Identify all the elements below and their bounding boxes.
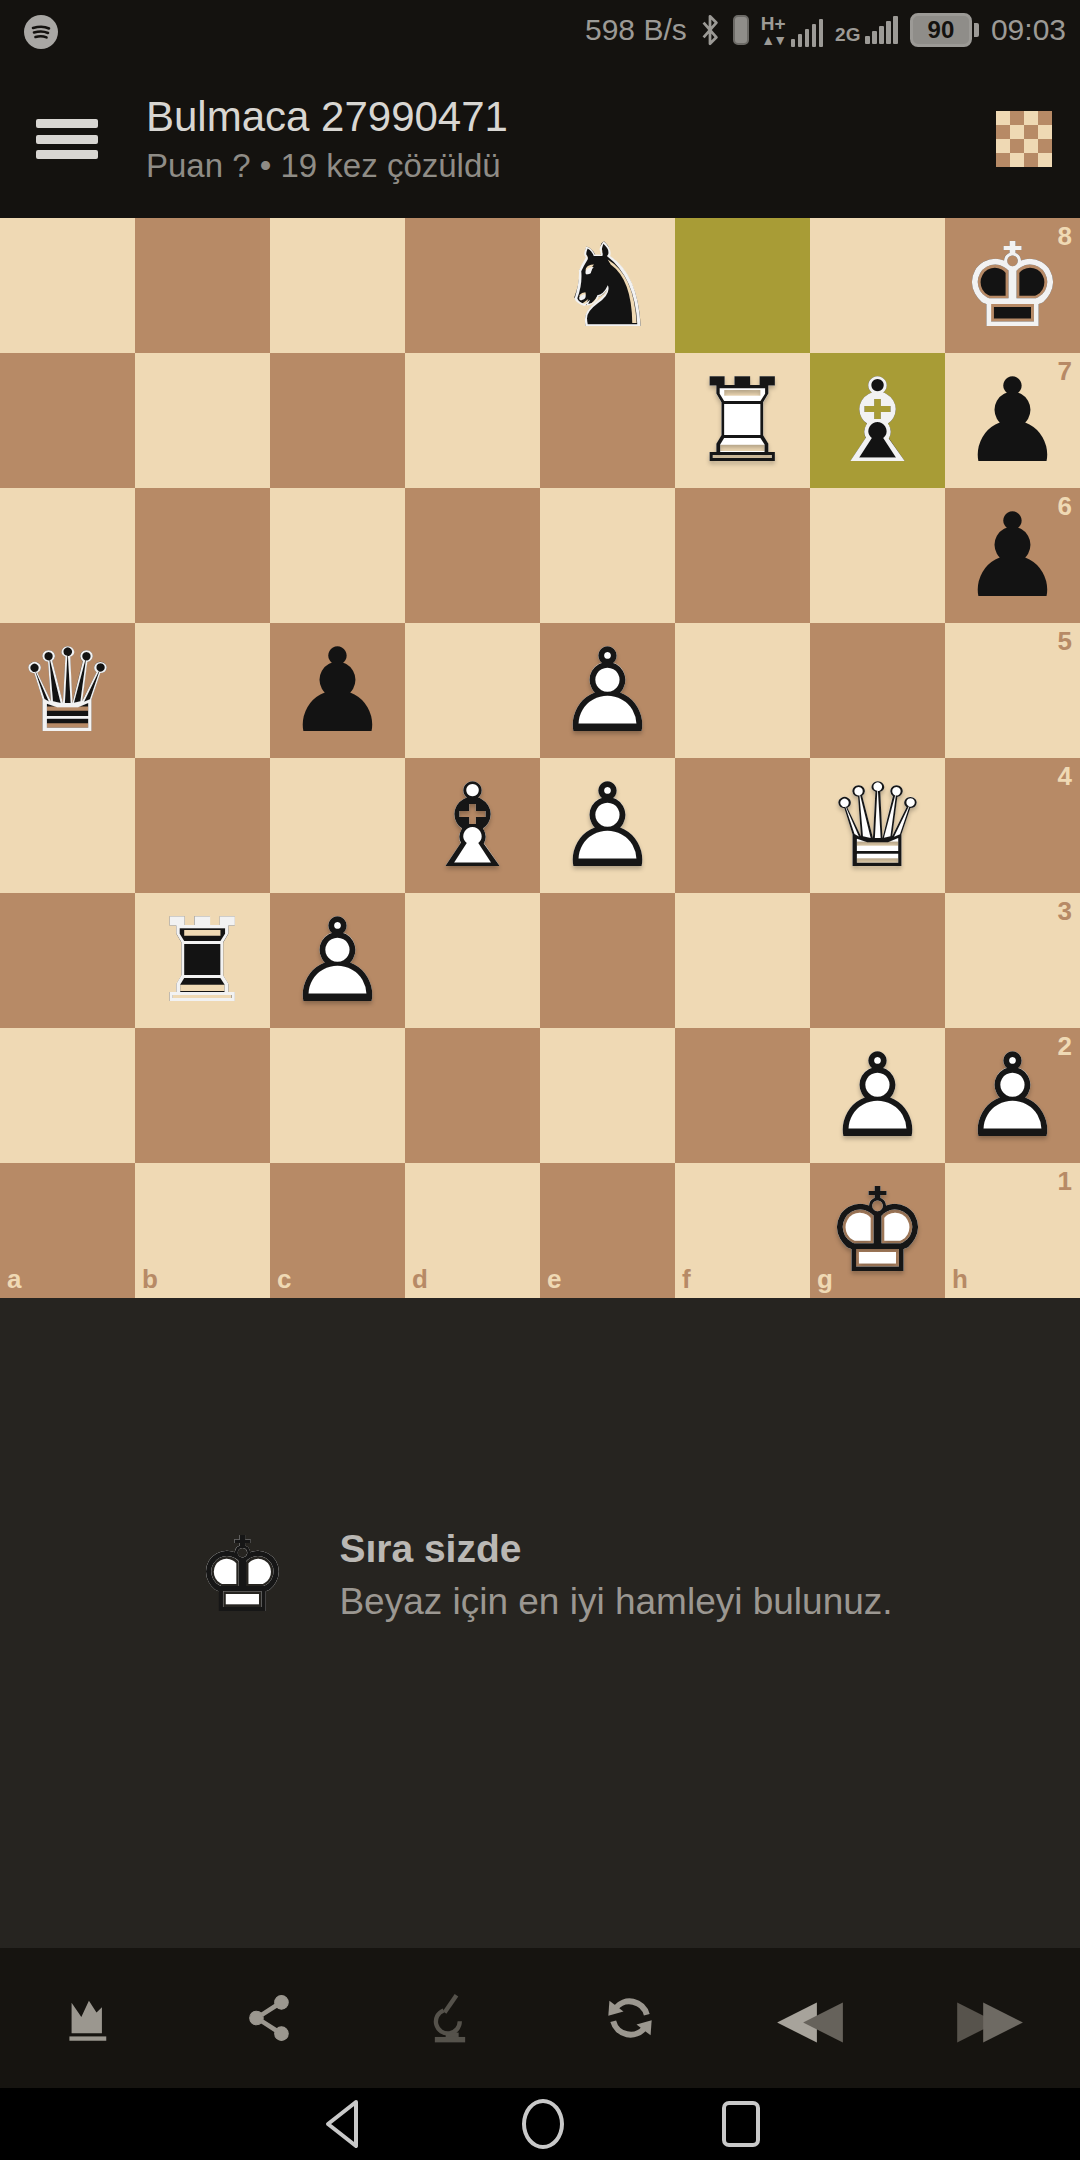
piece-black-pawn[interactable]: ♟ bbox=[945, 488, 1080, 623]
square-a7[interactable] bbox=[0, 353, 135, 488]
square-g2[interactable]: ♟♙ bbox=[810, 1028, 945, 1163]
bottom-toolbar: ◀◀▶▶ bbox=[0, 1948, 1080, 2088]
square-f8[interactable] bbox=[675, 218, 810, 353]
page-subtitle: Puan ? • 19 kez çözüldü bbox=[146, 147, 996, 185]
square-a6[interactable] bbox=[0, 488, 135, 623]
square-h2[interactable]: 2♟♙ bbox=[945, 1028, 1080, 1163]
square-c6[interactable] bbox=[270, 488, 405, 623]
retry-button[interactable] bbox=[540, 1948, 720, 2088]
square-f2[interactable] bbox=[675, 1028, 810, 1163]
square-d8[interactable] bbox=[405, 218, 540, 353]
square-h1[interactable]: 1h bbox=[945, 1163, 1080, 1298]
network-speed: 598 B/s bbox=[585, 13, 687, 47]
share-icon bbox=[245, 1993, 295, 2043]
square-c8[interactable] bbox=[270, 218, 405, 353]
square-f7[interactable]: ♜♖ bbox=[675, 353, 810, 488]
signal-secondary: 2G bbox=[835, 16, 898, 44]
square-f1[interactable]: f bbox=[675, 1163, 810, 1298]
square-e7[interactable] bbox=[540, 353, 675, 488]
vibrate-icon bbox=[733, 15, 749, 45]
square-c5[interactable]: ♟ bbox=[270, 623, 405, 758]
signal-bars-icon bbox=[865, 16, 898, 44]
square-g5[interactable] bbox=[810, 623, 945, 758]
chess-board: ♞♘8♚♔♜♖♝♗7♟6♟♛♕♟♟♙5♝♗♟♙♛♕4♜♖♟♙3♟♙2♟♙abcd… bbox=[0, 218, 1080, 1298]
turn-title: Sıra sizde bbox=[339, 1527, 892, 1571]
piece-black-pawn[interactable]: ♟ bbox=[270, 623, 405, 758]
square-b1[interactable]: b bbox=[135, 1163, 270, 1298]
board-settings-button[interactable] bbox=[996, 111, 1052, 167]
clock-time: 09:03 bbox=[991, 13, 1066, 47]
square-f6[interactable] bbox=[675, 488, 810, 623]
spotify-icon bbox=[24, 15, 58, 49]
square-b3[interactable]: ♜♖ bbox=[135, 893, 270, 1028]
share-button[interactable] bbox=[180, 1948, 360, 2088]
bluetooth-icon bbox=[699, 13, 721, 47]
piece-black-pawn[interactable]: ♟ bbox=[945, 353, 1080, 488]
square-g7[interactable]: ♝♗ bbox=[810, 353, 945, 488]
square-g8[interactable] bbox=[810, 218, 945, 353]
piece-white-pawn[interactable]: ♟♙ bbox=[540, 623, 675, 758]
nav-recents-icon[interactable] bbox=[722, 2101, 760, 2147]
signal-type-label: H+ bbox=[761, 14, 786, 33]
square-a3[interactable] bbox=[0, 893, 135, 1028]
square-g4[interactable]: ♛♕ bbox=[810, 758, 945, 893]
battery-percent: 90 bbox=[910, 13, 972, 47]
white-king-icon: ♚♔ bbox=[187, 1515, 297, 1635]
piece-white-king[interactable]: ♚♔ bbox=[810, 1163, 945, 1298]
file-label-f: f bbox=[682, 1266, 691, 1292]
piece-white-pawn[interactable]: ♟♙ bbox=[270, 893, 405, 1028]
piece-black-king[interactable]: ♚♔ bbox=[945, 218, 1080, 353]
rewind-icon: ◀◀ bbox=[777, 1992, 843, 2044]
square-e5[interactable]: ♟♙ bbox=[540, 623, 675, 758]
piece-black-rook[interactable]: ♜♖ bbox=[135, 893, 270, 1028]
puzzle-panel: ♚♔ Sıra sizde Beyaz için en iyi hamleyi … bbox=[0, 1298, 1080, 1948]
file-label-d: d bbox=[412, 1266, 428, 1292]
forward-icon: ▶▶ bbox=[957, 1992, 1023, 2044]
square-c2[interactable] bbox=[270, 1028, 405, 1163]
app-screen: 598 B/s H+ ▲▼ 2G 90 bbox=[0, 0, 1080, 2160]
square-d2[interactable] bbox=[405, 1028, 540, 1163]
square-a8[interactable] bbox=[0, 218, 135, 353]
battery-icon: 90 bbox=[910, 13, 979, 47]
piece-white-pawn[interactable]: ♟♙ bbox=[810, 1028, 945, 1163]
square-e4[interactable]: ♟♙ bbox=[540, 758, 675, 893]
square-b8[interactable] bbox=[135, 218, 270, 353]
square-f5[interactable] bbox=[675, 623, 810, 758]
file-label-a: a bbox=[7, 1266, 21, 1292]
signal-bars-icon bbox=[791, 19, 824, 47]
menu-button[interactable] bbox=[36, 113, 98, 165]
piece-black-bishop[interactable]: ♝♗ bbox=[810, 353, 945, 488]
square-c1[interactable]: c bbox=[270, 1163, 405, 1298]
square-a1[interactable]: a bbox=[0, 1163, 135, 1298]
microscope-icon bbox=[424, 1992, 476, 2044]
square-d6[interactable] bbox=[405, 488, 540, 623]
app-header: Bulmaca 27990471 Puan ? • 19 kez çözüldü bbox=[0, 60, 1080, 218]
square-d7[interactable] bbox=[405, 353, 540, 488]
file-label-c: c bbox=[277, 1266, 291, 1292]
square-h6[interactable]: 6♟ bbox=[945, 488, 1080, 623]
turn-message: ♚♔ Sıra sizde Beyaz için en iyi hamleyi … bbox=[0, 1515, 1080, 1635]
signal-type-label: 2G bbox=[835, 25, 860, 44]
piece-white-queen[interactable]: ♛♕ bbox=[810, 758, 945, 893]
file-label-b: b bbox=[142, 1266, 158, 1292]
turn-instruction: Beyaz için en iyi hamleyi bulunuz. bbox=[339, 1581, 892, 1623]
square-c3[interactable]: ♟♙ bbox=[270, 893, 405, 1028]
chart-button[interactable] bbox=[0, 1948, 180, 2088]
square-g1[interactable]: g♚♔ bbox=[810, 1163, 945, 1298]
square-b7[interactable] bbox=[135, 353, 270, 488]
file-label-e: e bbox=[547, 1266, 561, 1292]
square-g6[interactable] bbox=[810, 488, 945, 623]
rank-label-5: 5 bbox=[1058, 628, 1072, 654]
signal-primary: H+ ▲▼ bbox=[761, 14, 823, 47]
square-b5[interactable] bbox=[135, 623, 270, 758]
square-h4[interactable]: 4 bbox=[945, 758, 1080, 893]
square-a4[interactable] bbox=[0, 758, 135, 893]
microscope-button[interactable] bbox=[360, 1948, 540, 2088]
square-g3[interactable] bbox=[810, 893, 945, 1028]
piece-white-pawn[interactable]: ♟♙ bbox=[945, 1028, 1080, 1163]
forward-button[interactable]: ▶▶ bbox=[900, 1948, 1080, 2088]
square-e2[interactable] bbox=[540, 1028, 675, 1163]
square-b4[interactable] bbox=[135, 758, 270, 893]
square-b6[interactable] bbox=[135, 488, 270, 623]
square-d5[interactable] bbox=[405, 623, 540, 758]
rank-label-3: 3 bbox=[1058, 898, 1072, 924]
piece-white-pawn[interactable]: ♟♙ bbox=[540, 758, 675, 893]
android-nav-bar bbox=[0, 2088, 1080, 2160]
updown-arrows-icon: ▲▼ bbox=[761, 33, 785, 47]
square-h5[interactable]: 5 bbox=[945, 623, 1080, 758]
square-e1[interactable]: e bbox=[540, 1163, 675, 1298]
square-e8[interactable]: ♞♘ bbox=[540, 218, 675, 353]
rank-label-1: 1 bbox=[1058, 1168, 1072, 1194]
square-e6[interactable] bbox=[540, 488, 675, 623]
status-bar: 598 B/s H+ ▲▼ 2G 90 bbox=[0, 0, 1080, 60]
piece-white-rook[interactable]: ♜♖ bbox=[675, 353, 810, 488]
square-e3[interactable] bbox=[540, 893, 675, 1028]
square-d1[interactable]: d bbox=[405, 1163, 540, 1298]
retry-icon bbox=[604, 1992, 656, 2044]
square-c7[interactable] bbox=[270, 353, 405, 488]
piece-black-queen[interactable]: ♛♕ bbox=[0, 623, 135, 758]
square-d4[interactable]: ♝♗ bbox=[405, 758, 540, 893]
square-h3[interactable]: 3 bbox=[945, 893, 1080, 1028]
square-c4[interactable] bbox=[270, 758, 405, 893]
chart-icon bbox=[64, 1992, 116, 2044]
square-d3[interactable] bbox=[405, 893, 540, 1028]
file-label-h: h bbox=[952, 1266, 968, 1292]
square-a2[interactable] bbox=[0, 1028, 135, 1163]
rewind-button[interactable]: ◀◀ bbox=[720, 1948, 900, 2088]
square-h8[interactable]: 8♚♔ bbox=[945, 218, 1080, 353]
rank-label-4: 4 bbox=[1058, 763, 1072, 789]
square-b2[interactable] bbox=[135, 1028, 270, 1163]
nav-home-icon[interactable] bbox=[522, 2099, 564, 2149]
square-a5[interactable]: ♛♕ bbox=[0, 623, 135, 758]
page-title: Bulmaca 27990471 bbox=[146, 93, 996, 141]
piece-white-bishop[interactable]: ♝♗ bbox=[405, 758, 540, 893]
square-f3[interactable] bbox=[675, 893, 810, 1028]
nav-back-icon[interactable] bbox=[320, 2098, 364, 2150]
square-f4[interactable] bbox=[675, 758, 810, 893]
square-h7[interactable]: 7♟ bbox=[945, 353, 1080, 488]
piece-black-knight[interactable]: ♞♘ bbox=[540, 218, 675, 353]
